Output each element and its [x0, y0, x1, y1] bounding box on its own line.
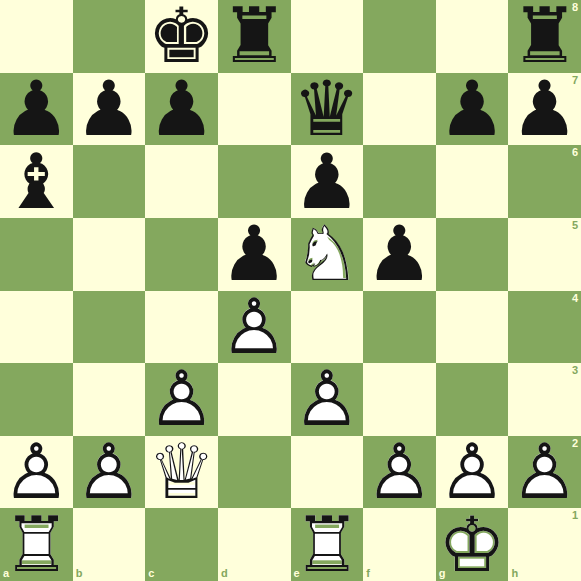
- black-pawn-f5[interactable]: ♟: [363, 218, 436, 291]
- square-h3[interactable]: 3: [508, 363, 581, 436]
- rank-label-6: 6: [572, 147, 578, 158]
- black-pawn-b7[interactable]: ♟: [73, 73, 146, 146]
- square-e6[interactable]: ♟: [291, 145, 364, 218]
- black-piece-glyph: ♟: [73, 73, 146, 146]
- black-piece-glyph: ♝: [0, 145, 73, 218]
- square-c7[interactable]: ♟: [145, 73, 218, 146]
- square-a5[interactable]: [0, 218, 73, 291]
- file-label-d: d: [221, 568, 228, 579]
- black-piece-glyph: ♟: [363, 218, 436, 291]
- square-e8[interactable]: [291, 0, 364, 73]
- rank-label-4: 4: [572, 293, 578, 304]
- white-piece-outline: ♖: [291, 508, 364, 581]
- white-pawn-g2[interactable]: ♟♙: [436, 436, 509, 509]
- square-f7[interactable]: [363, 73, 436, 146]
- square-b2[interactable]: ♟♙: [73, 436, 146, 509]
- black-piece-glyph: ♟: [508, 73, 581, 146]
- square-c3[interactable]: ♟♙: [145, 363, 218, 436]
- square-c8[interactable]: ♚: [145, 0, 218, 73]
- square-e5[interactable]: ♞♘: [291, 218, 364, 291]
- white-piece-outline: ♙: [436, 436, 509, 509]
- black-pawn-a7[interactable]: ♟: [0, 73, 73, 146]
- black-piece-glyph: ♟: [0, 73, 73, 146]
- black-bishop-a6[interactable]: ♝: [0, 145, 73, 218]
- white-piece-outline: ♘: [291, 218, 364, 291]
- square-e4[interactable]: [291, 291, 364, 364]
- black-pawn-e6[interactable]: ♟: [291, 145, 364, 218]
- square-h6[interactable]: 6: [508, 145, 581, 218]
- white-piece-outline: ♙: [363, 436, 436, 509]
- square-d6[interactable]: [218, 145, 291, 218]
- square-g7[interactable]: ♟: [436, 73, 509, 146]
- black-pawn-d5[interactable]: ♟: [218, 218, 291, 291]
- black-piece-glyph: ♛: [291, 73, 364, 146]
- black-pawn-g7[interactable]: ♟: [436, 73, 509, 146]
- square-h4[interactable]: 4: [508, 291, 581, 364]
- black-rook-h8[interactable]: ♜: [508, 0, 581, 73]
- square-f4[interactable]: [363, 291, 436, 364]
- square-e1[interactable]: ♜♖e: [291, 508, 364, 581]
- square-d3[interactable]: [218, 363, 291, 436]
- square-e3[interactable]: ♟♙: [291, 363, 364, 436]
- square-a7[interactable]: ♟: [0, 73, 73, 146]
- square-d1[interactable]: d: [218, 508, 291, 581]
- white-pawn-d4[interactable]: ♟♙: [218, 291, 291, 364]
- black-piece-glyph: ♜: [508, 0, 581, 73]
- white-piece-outline: ♖: [0, 508, 73, 581]
- square-h7[interactable]: ♟7: [508, 73, 581, 146]
- square-c1[interactable]: c: [145, 508, 218, 581]
- square-b7[interactable]: ♟: [73, 73, 146, 146]
- square-f3[interactable]: [363, 363, 436, 436]
- square-g1[interactable]: ♚♔g: [436, 508, 509, 581]
- white-knight-e5[interactable]: ♞♘: [291, 218, 364, 291]
- white-rook-e1[interactable]: ♜♖: [291, 508, 364, 581]
- white-pawn-c3[interactable]: ♟♙: [145, 363, 218, 436]
- square-h8[interactable]: ♜8: [508, 0, 581, 73]
- square-b3[interactable]: [73, 363, 146, 436]
- black-piece-glyph: ♜: [218, 0, 291, 73]
- file-label-f: f: [366, 568, 370, 579]
- white-piece-outline: ♙: [508, 436, 581, 509]
- file-label-b: b: [76, 568, 83, 579]
- square-a1[interactable]: ♜♖a: [0, 508, 73, 581]
- square-g3[interactable]: [436, 363, 509, 436]
- chess-board: ♚♜♜8♟♟♟♛♟♟7♝♟6♟♞♘♟5♟♙4♟♙♟♙3♟♙♟♙♛♕♟♙♟♙♟♙2…: [0, 0, 581, 581]
- square-h2[interactable]: ♟♙2: [508, 436, 581, 509]
- square-f1[interactable]: f: [363, 508, 436, 581]
- square-e2[interactable]: [291, 436, 364, 509]
- white-pawn-b2[interactable]: ♟♙: [73, 436, 146, 509]
- square-b1[interactable]: b: [73, 508, 146, 581]
- square-f5[interactable]: ♟: [363, 218, 436, 291]
- white-king-g1[interactable]: ♚♔: [436, 508, 509, 581]
- square-b4[interactable]: [73, 291, 146, 364]
- square-g5[interactable]: [436, 218, 509, 291]
- white-piece-outline: ♙: [0, 436, 73, 509]
- square-g2[interactable]: ♟♙: [436, 436, 509, 509]
- square-g4[interactable]: [436, 291, 509, 364]
- white-pawn-f2[interactable]: ♟♙: [363, 436, 436, 509]
- square-c4[interactable]: [145, 291, 218, 364]
- black-piece-glyph: ♟: [145, 73, 218, 146]
- square-b6[interactable]: [73, 145, 146, 218]
- square-a8[interactable]: [0, 0, 73, 73]
- square-c5[interactable]: [145, 218, 218, 291]
- square-a4[interactable]: [0, 291, 73, 364]
- white-piece-outline: ♙: [73, 436, 146, 509]
- square-g6[interactable]: [436, 145, 509, 218]
- black-queen-e7[interactable]: ♛: [291, 73, 364, 146]
- black-piece-glyph: ♚: [145, 0, 218, 73]
- square-h1[interactable]: 1h: [508, 508, 581, 581]
- black-piece-glyph: ♟: [291, 145, 364, 218]
- rank-label-3: 3: [572, 365, 578, 376]
- white-pawn-h2[interactable]: ♟♙: [508, 436, 581, 509]
- file-label-c: c: [148, 568, 154, 579]
- white-piece-outline: ♔: [436, 508, 509, 581]
- black-rook-d8[interactable]: ♜: [218, 0, 291, 73]
- white-piece-outline: ♙: [218, 291, 291, 364]
- white-piece-outline: ♕: [145, 436, 218, 509]
- square-f2[interactable]: ♟♙: [363, 436, 436, 509]
- square-e7[interactable]: ♛: [291, 73, 364, 146]
- square-a6[interactable]: ♝: [0, 145, 73, 218]
- square-d2[interactable]: [218, 436, 291, 509]
- white-piece-outline: ♙: [291, 363, 364, 436]
- square-f8[interactable]: [363, 0, 436, 73]
- black-piece-glyph: ♟: [218, 218, 291, 291]
- white-pawn-a2[interactable]: ♟♙: [0, 436, 73, 509]
- square-a2[interactable]: ♟♙: [0, 436, 73, 509]
- square-d5[interactable]: ♟: [218, 218, 291, 291]
- square-d4[interactable]: ♟♙: [218, 291, 291, 364]
- square-c6[interactable]: [145, 145, 218, 218]
- square-g8[interactable]: [436, 0, 509, 73]
- white-piece-outline: ♙: [145, 363, 218, 436]
- rank-label-5: 5: [572, 220, 578, 231]
- rank-label-1: 1: [572, 510, 578, 521]
- square-d8[interactable]: ♜: [218, 0, 291, 73]
- square-f6[interactable]: [363, 145, 436, 218]
- square-d7[interactable]: [218, 73, 291, 146]
- black-piece-glyph: ♟: [436, 73, 509, 146]
- white-pawn-e3[interactable]: ♟♙: [291, 363, 364, 436]
- black-pawn-h7[interactable]: ♟: [508, 73, 581, 146]
- black-king-c8[interactable]: ♚: [145, 0, 218, 73]
- square-c2[interactable]: ♛♕: [145, 436, 218, 509]
- square-h5[interactable]: 5: [508, 218, 581, 291]
- square-b5[interactable]: [73, 218, 146, 291]
- square-b8[interactable]: [73, 0, 146, 73]
- black-pawn-c7[interactable]: ♟: [145, 73, 218, 146]
- white-rook-a1[interactable]: ♜♖: [0, 508, 73, 581]
- white-queen-c2[interactable]: ♛♕: [145, 436, 218, 509]
- square-a3[interactable]: [0, 363, 73, 436]
- file-label-h: h: [511, 568, 518, 579]
